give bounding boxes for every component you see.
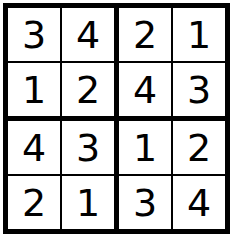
cell-r2c1[interactable]: 1 — [8, 63, 60, 116]
sudoku-board: 3 4 2 1 1 2 4 3 4 3 1 2 2 1 3 4 — [3, 3, 230, 234]
cell-r3c3[interactable]: 1 — [119, 121, 171, 174]
cell-r3c2[interactable]: 3 — [62, 121, 114, 174]
cell-r2c3[interactable]: 4 — [119, 63, 171, 116]
cell-r1c4[interactable]: 1 — [173, 8, 225, 61]
cell-r3c4[interactable]: 2 — [173, 121, 225, 174]
cell-r1c2[interactable]: 4 — [62, 8, 114, 61]
cell-r4c4[interactable]: 4 — [173, 176, 225, 229]
cell-r3c1[interactable]: 4 — [8, 121, 60, 174]
cell-r4c1[interactable]: 2 — [8, 176, 60, 229]
cell-r4c3[interactable]: 3 — [119, 176, 171, 229]
cell-r1c3[interactable]: 2 — [119, 8, 171, 61]
cell-r1c1[interactable]: 3 — [8, 8, 60, 61]
page-background: 3 4 2 1 1 2 4 3 4 3 1 2 2 1 3 4 — [0, 0, 233, 237]
cell-r2c4[interactable]: 3 — [173, 63, 225, 116]
cell-r4c2[interactable]: 1 — [62, 176, 114, 229]
cell-r2c2[interactable]: 2 — [62, 63, 114, 116]
